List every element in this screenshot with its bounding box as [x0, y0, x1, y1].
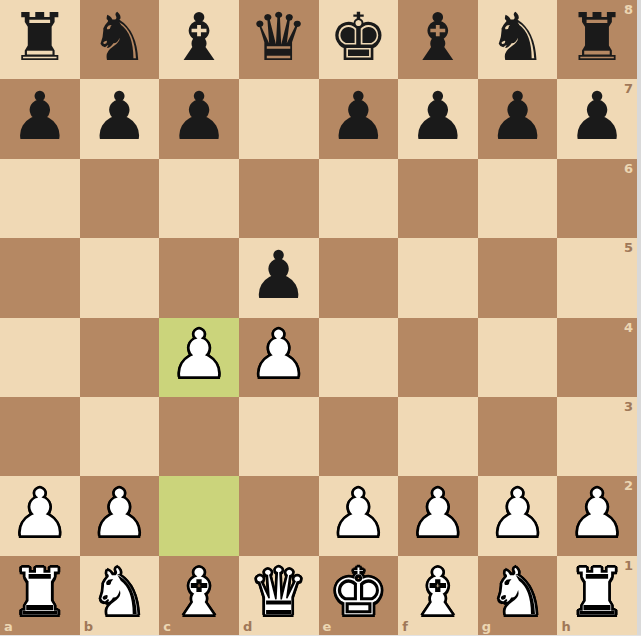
square-a8[interactable]: ♜: [0, 0, 80, 79]
square-a2[interactable]: ♟: [0, 476, 80, 555]
black-rook[interactable]: ♜: [10, 5, 69, 71]
square-h5[interactable]: 5: [557, 238, 637, 317]
square-f1[interactable]: f♝: [398, 556, 478, 635]
white-pawn[interactable]: ♟: [169, 322, 228, 388]
black-pawn[interactable]: ♟: [90, 84, 149, 150]
square-b1[interactable]: b♞: [80, 556, 160, 635]
square-e6[interactable]: [319, 159, 399, 238]
white-pawn[interactable]: ♟: [249, 322, 308, 388]
square-a4[interactable]: [0, 318, 80, 397]
black-pawn[interactable]: ♟: [408, 84, 467, 150]
black-queen[interactable]: ♛: [249, 5, 308, 71]
square-e7[interactable]: ♟: [319, 79, 399, 158]
square-d4[interactable]: ♟: [239, 318, 319, 397]
white-queen[interactable]: ♛: [249, 560, 308, 626]
square-b8[interactable]: ♞: [80, 0, 160, 79]
square-d8[interactable]: ♛: [239, 0, 319, 79]
square-g3[interactable]: [478, 397, 558, 476]
black-knight[interactable]: ♞: [90, 5, 149, 71]
square-e2[interactable]: ♟: [319, 476, 399, 555]
rank-label-5: 5: [624, 241, 633, 254]
square-g1[interactable]: g♞: [478, 556, 558, 635]
square-f4[interactable]: [398, 318, 478, 397]
black-rook[interactable]: ♜: [568, 5, 627, 71]
square-a1[interactable]: a♜: [0, 556, 80, 635]
square-f6[interactable]: [398, 159, 478, 238]
white-rook[interactable]: ♜: [568, 560, 627, 626]
square-c4[interactable]: ♟: [159, 318, 239, 397]
square-g7[interactable]: ♟: [478, 79, 558, 158]
white-pawn[interactable]: ♟: [488, 481, 547, 547]
square-b6[interactable]: [80, 159, 160, 238]
square-f2[interactable]: ♟: [398, 476, 478, 555]
square-e8[interactable]: ♚: [319, 0, 399, 79]
square-b2[interactable]: ♟: [80, 476, 160, 555]
square-h3[interactable]: 3: [557, 397, 637, 476]
square-h1[interactable]: 1h♜: [557, 556, 637, 635]
square-d2[interactable]: [239, 476, 319, 555]
square-f8[interactable]: ♝: [398, 0, 478, 79]
square-e3[interactable]: [319, 397, 399, 476]
rank-label-6: 6: [624, 162, 633, 175]
bottom-gutter: [0, 635, 641, 642]
square-f3[interactable]: [398, 397, 478, 476]
square-h8[interactable]: 8♜: [557, 0, 637, 79]
square-a3[interactable]: [0, 397, 80, 476]
right-gutter: [637, 0, 641, 635]
square-a5[interactable]: [0, 238, 80, 317]
rank-label-4: 4: [624, 321, 633, 334]
square-h6[interactable]: 6: [557, 159, 637, 238]
square-g6[interactable]: [478, 159, 558, 238]
white-pawn[interactable]: ♟: [568, 481, 627, 547]
square-d7[interactable]: [239, 79, 319, 158]
square-c6[interactable]: [159, 159, 239, 238]
black-pawn[interactable]: ♟: [329, 84, 388, 150]
square-d6[interactable]: [239, 159, 319, 238]
black-pawn[interactable]: ♟: [488, 84, 547, 150]
black-pawn[interactable]: ♟: [568, 84, 627, 150]
black-king[interactable]: ♚: [329, 5, 388, 71]
square-g4[interactable]: [478, 318, 558, 397]
square-c8[interactable]: ♝: [159, 0, 239, 79]
black-pawn[interactable]: ♟: [10, 84, 69, 150]
square-f7[interactable]: ♟: [398, 79, 478, 158]
square-b4[interactable]: [80, 318, 160, 397]
white-rook[interactable]: ♜: [10, 560, 69, 626]
square-d1[interactable]: d♛: [239, 556, 319, 635]
square-d3[interactable]: [239, 397, 319, 476]
square-c3[interactable]: [159, 397, 239, 476]
white-bishop[interactable]: ♝: [169, 560, 228, 626]
square-h2[interactable]: 2♟: [557, 476, 637, 555]
file-label-f: f: [402, 620, 408, 633]
square-e1[interactable]: e♚: [319, 556, 399, 635]
square-a6[interactable]: [0, 159, 80, 238]
black-pawn[interactable]: ♟: [249, 243, 308, 309]
chess-app-page: ♜♞♝♛♚♝♞8♜♟♟♟♟♟♟7♟6♟5♟♟43♟♟♟♟♟2♟a♜b♞c♝d♛e…: [0, 0, 641, 642]
square-c7[interactable]: ♟: [159, 79, 239, 158]
square-e5[interactable]: [319, 238, 399, 317]
white-knight[interactable]: ♞: [90, 560, 149, 626]
square-d5[interactable]: ♟: [239, 238, 319, 317]
square-g8[interactable]: ♞: [478, 0, 558, 79]
black-bishop[interactable]: ♝: [169, 5, 228, 71]
square-b7[interactable]: ♟: [80, 79, 160, 158]
white-pawn[interactable]: ♟: [90, 481, 149, 547]
square-c5[interactable]: [159, 238, 239, 317]
rank-label-3: 3: [624, 400, 633, 413]
square-h7[interactable]: 7♟: [557, 79, 637, 158]
square-f5[interactable]: [398, 238, 478, 317]
black-pawn[interactable]: ♟: [169, 84, 228, 150]
square-b3[interactable]: [80, 397, 160, 476]
chess-board: ♜♞♝♛♚♝♞8♜♟♟♟♟♟♟7♟6♟5♟♟43♟♟♟♟♟2♟a♜b♞c♝d♛e…: [0, 0, 637, 635]
square-b5[interactable]: [80, 238, 160, 317]
square-c1[interactable]: c♝: [159, 556, 239, 635]
square-e4[interactable]: [319, 318, 399, 397]
black-bishop[interactable]: ♝: [408, 5, 467, 71]
white-pawn[interactable]: ♟: [408, 481, 467, 547]
black-knight[interactable]: ♞: [488, 5, 547, 71]
square-c2[interactable]: [159, 476, 239, 555]
white-pawn[interactable]: ♟: [10, 481, 69, 547]
square-g5[interactable]: [478, 238, 558, 317]
square-g2[interactable]: ♟: [478, 476, 558, 555]
white-knight[interactable]: ♞: [488, 560, 547, 626]
white-pawn[interactable]: ♟: [329, 481, 388, 547]
white-king[interactable]: ♚: [329, 560, 388, 626]
white-bishop[interactable]: ♝: [408, 560, 467, 626]
square-h4[interactable]: 4: [557, 318, 637, 397]
square-a7[interactable]: ♟: [0, 79, 80, 158]
